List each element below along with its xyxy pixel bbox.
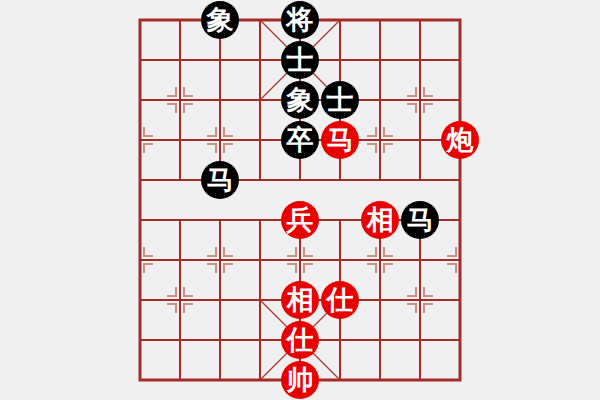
piece-black-pawn[interactable]: 卒	[281, 121, 319, 159]
piece-black-elephant[interactable]: 象	[281, 81, 319, 119]
xiangqi-screenshot: 象将士象士卒马炮马兵相马相仕仕帅	[0, 0, 600, 400]
pieces-layer: 象将士象士卒马炮马兵相马相仕仕帅	[120, 0, 480, 400]
piece-red-advisor[interactable]: 仕	[321, 281, 359, 319]
piece-black-advisor[interactable]: 士	[281, 41, 319, 79]
piece-red-pawn[interactable]: 兵	[281, 201, 319, 239]
piece-red-elephant[interactable]: 相	[281, 281, 319, 319]
piece-red-general[interactable]: 帅	[281, 361, 319, 399]
piece-black-elephant[interactable]: 象	[201, 1, 239, 39]
xiangqi-board: 象将士象士卒马炮马兵相马相仕仕帅	[120, 0, 480, 400]
piece-red-cannon[interactable]: 炮	[441, 121, 479, 159]
piece-black-horse[interactable]: 马	[401, 201, 439, 239]
piece-black-advisor[interactable]: 士	[321, 81, 359, 119]
piece-red-elephant[interactable]: 相	[361, 201, 399, 239]
piece-red-horse[interactable]: 马	[321, 121, 359, 159]
piece-red-advisor[interactable]: 仕	[281, 321, 319, 359]
piece-black-horse[interactable]: 马	[201, 161, 239, 199]
piece-black-general[interactable]: 将	[281, 1, 319, 39]
